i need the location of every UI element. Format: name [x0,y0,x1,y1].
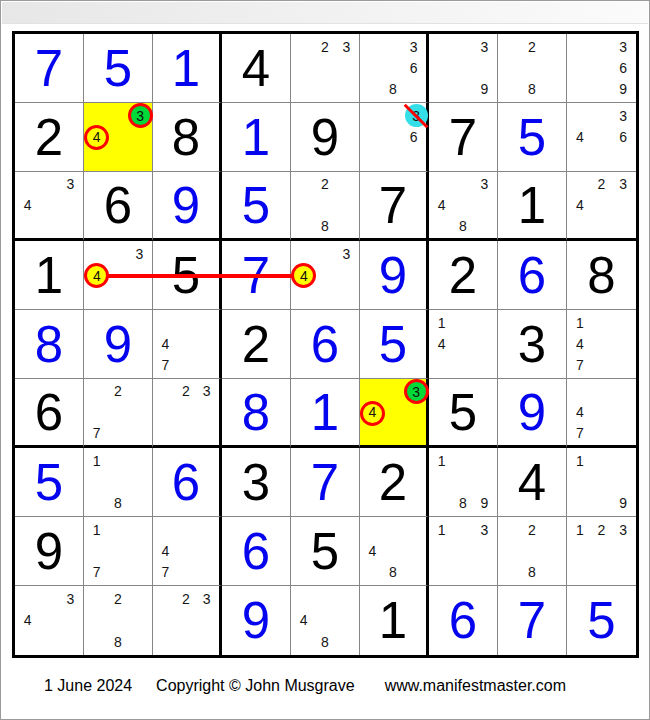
cell-r2c3[interactable]: 8 [153,103,222,172]
candidate-3: 3 [474,174,495,195]
cell-r8c5[interactable]: 5 [291,517,360,586]
cell-r6c8[interactable]: 9 [498,379,567,448]
cell-r4c6[interactable]: 9 [360,241,429,310]
candidate-6: 6 [612,126,634,147]
candidates: 123 [569,519,634,583]
cell-r5c8[interactable]: 3 [498,310,567,379]
solved-digit: 8 [35,319,63,370]
candidate-8: 8 [107,631,128,653]
candidates: 36 [362,105,424,169]
cell-r4c9[interactable]: 8 [567,241,636,310]
solved-digit: 9 [518,387,546,438]
cell-r7c1[interactable]: 5 [15,448,84,517]
candidate-1: 1 [86,519,107,540]
cell-r7c5[interactable]: 7 [291,448,360,517]
cell-r6c4[interactable]: 8 [222,379,291,448]
candidate-3: 3 [60,174,81,195]
candidate-8: 8 [521,562,542,583]
candidate-7: 7 [86,562,107,583]
solved-digit: 9 [242,595,270,646]
candidate-1: 1 [86,450,107,471]
candidates: 34 [17,174,81,236]
candidates: 48 [362,519,424,583]
cell-r7c4[interactable]: 3 [222,448,291,517]
candidate-2: 2 [591,174,613,195]
candidate-8: 8 [452,215,473,236]
footer-website: www.manifestmaster.com [385,677,566,694]
cell-r7c8[interactable]: 4 [498,448,567,517]
candidate-3: 3 [474,519,495,540]
candidates: 48 [293,588,357,653]
cell-r9c3[interactable]: 23 [153,586,222,655]
cell-r4c5[interactable]: 34 [291,241,360,310]
candidate-4: 4 [362,540,383,561]
cell-r3c1[interactable]: 34 [15,172,84,241]
candidates: 346 [569,105,634,169]
candidate-4: 4 [569,402,591,423]
candidate-3: 3 [60,588,81,610]
candidate-7: 7 [569,422,591,443]
given-digit: 9 [35,526,63,577]
candidates: 14 [431,312,495,376]
cell-r5c2[interactable]: 9 [84,310,153,379]
candidates: 47 [569,381,634,443]
given-digit: 2 [379,457,407,508]
candidate-4: 4 [293,610,314,632]
given-digit: 1 [379,595,407,646]
candidates: 18 [86,450,150,514]
cell-r3c9[interactable]: 234 [567,172,636,241]
candidate-4: 4 [155,540,176,561]
candidate-8: 8 [107,493,128,514]
cell-r8c4[interactable]: 6 [222,517,291,586]
given-digit: 3 [518,319,546,370]
candidate-3: 3 [129,105,150,126]
solved-digit: 6 [518,250,546,301]
candidate-3: 3 [474,36,495,57]
cell-r8c2[interactable]: 17 [84,517,153,586]
cell-r2c8[interactable]: 5 [498,103,567,172]
solved-digit: 8 [242,387,270,438]
candidates: 23 [155,588,217,653]
solved-digit: 6 [449,595,477,646]
given-digit: 2 [449,250,477,301]
cell-r7c6[interactable]: 2 [360,448,429,517]
candidate-2: 2 [314,174,335,195]
cell-r2c7[interactable]: 7 [429,103,498,172]
candidate-3: 3 [612,174,634,195]
cell-r3c3[interactable]: 9 [153,172,222,241]
candidate-2: 2 [107,588,128,610]
sudoku-board: 7514233683928369234819367534634695287348… [12,31,639,658]
candidate-7: 7 [86,422,107,443]
candidates: 189 [431,450,495,514]
solved-digit: 7 [242,250,270,301]
candidates: 234 [569,174,634,236]
solved-digit: 5 [35,457,63,508]
cell-r4c1[interactable]: 1 [15,241,84,310]
candidates: 19 [569,450,634,514]
candidates: 34 [293,243,357,307]
cell-r5c6[interactable]: 5 [360,310,429,379]
candidate-4: 4 [86,264,107,285]
cell-r1c3[interactable]: 1 [153,34,222,103]
given-digit: 3 [242,457,270,508]
solved-digit: 1 [311,387,339,438]
candidates: 17 [86,519,150,583]
solved-digit: 7 [35,43,63,94]
cell-r3c2[interactable]: 6 [84,172,153,241]
candidate-4: 4 [362,402,383,423]
candidate-3: 3 [129,243,150,264]
cell-r1c7[interactable]: 39 [429,34,498,103]
cell-r1c1[interactable]: 7 [15,34,84,103]
given-digit: 2 [35,112,63,163]
candidates: 34 [86,105,150,169]
cell-r3c7[interactable]: 348 [429,172,498,241]
given-digit: 7 [379,180,407,231]
candidate-3: 3 [612,105,634,126]
cell-r3c8[interactable]: 1 [498,172,567,241]
candidate-7: 7 [155,355,176,376]
cell-r6c6[interactable]: 34 [360,379,429,448]
candidates: 368 [362,36,424,100]
cell-r1c5[interactable]: 23 [291,34,360,103]
candidates: 28 [500,519,564,583]
cell-r5c9[interactable]: 147 [567,310,636,379]
cell-r5c3[interactable]: 47 [153,310,222,379]
given-digit: 5 [311,526,339,577]
candidate-2: 2 [314,36,335,57]
given-digit: 1 [35,250,63,301]
candidates: 47 [155,519,217,583]
cell-r6c1[interactable]: 6 [15,379,84,448]
cell-r8c8[interactable]: 28 [498,517,567,586]
cell-r6c5[interactable]: 1 [291,379,360,448]
cell-r2c5[interactable]: 9 [291,103,360,172]
candidate-4: 4 [86,126,107,147]
candidate-3: 3 [612,36,634,57]
candidate-8: 8 [383,79,404,100]
candidate-3: 3 [403,381,424,402]
candidate-4: 4 [431,333,452,354]
candidate-3: 3 [196,588,217,610]
candidate-1: 1 [569,450,591,471]
solved-digit: 1 [242,112,270,163]
solved-digit: 9 [104,319,132,370]
cell-r8c1[interactable]: 9 [15,517,84,586]
candidates: 23 [155,381,217,443]
cell-r2c2[interactable]: 34 [84,103,153,172]
solved-digit: 7 [518,595,546,646]
cell-r9c9[interactable]: 5 [567,586,636,655]
candidate-4: 4 [569,195,591,216]
cell-r2c4[interactable]: 1 [222,103,291,172]
solved-digit: 6 [311,319,339,370]
cell-r1c8[interactable]: 28 [498,34,567,103]
solved-digit: 7 [311,457,339,508]
cell-r2c1[interactable]: 2 [15,103,84,172]
cell-r3c4[interactable]: 5 [222,172,291,241]
given-digit: 9 [311,112,339,163]
given-digit: 2 [242,319,270,370]
candidate-6: 6 [403,57,424,78]
candidate-2: 2 [107,381,128,402]
candidate-8: 8 [314,215,335,236]
cell-r4c4[interactable]: 7 [222,241,291,310]
candidates: 28 [500,36,564,100]
candidate-9: 9 [474,79,495,100]
candidates: 34 [362,381,424,443]
candidate-6: 6 [612,57,634,78]
candidate-3: 3 [403,105,424,126]
candidate-7: 7 [569,355,591,376]
solved-digit: 5 [104,43,132,94]
candidate-1: 1 [569,312,591,333]
cell-r5c5[interactable]: 6 [291,310,360,379]
given-digit: 6 [35,387,63,438]
given-digit: 6 [104,180,132,231]
candidate-4: 4 [431,195,452,216]
candidate-4: 4 [569,333,591,354]
candidate-4: 4 [17,195,38,216]
given-digit: 4 [242,43,270,94]
footer: 1 June 2024Copyright © John Musgravewww.… [44,677,566,695]
cell-r8c7[interactable]: 13 [429,517,498,586]
cell-r5c4[interactable]: 2 [222,310,291,379]
cell-r1c9[interactable]: 369 [567,34,636,103]
candidate-4: 4 [569,126,591,147]
solved-digit: 5 [379,319,407,370]
footer-copyright: Copyright © John Musgrave [156,677,355,694]
candidates: 369 [569,36,634,100]
candidates: 28 [293,174,357,236]
cell-r1c2[interactable]: 5 [84,34,153,103]
candidate-8: 8 [452,493,473,514]
candidate-4: 4 [293,264,314,285]
cell-r4c2[interactable]: 34 [84,241,153,310]
cell-r5c7[interactable]: 14 [429,310,498,379]
cell-r9c4[interactable]: 9 [222,586,291,655]
candidate-2: 2 [591,519,613,540]
candidate-3: 3 [336,243,357,264]
solved-digit: 1 [172,43,200,94]
page: 7514233683928369234819367534634695287348… [0,0,650,720]
given-digit: 7 [449,112,477,163]
candidate-4: 4 [155,333,176,354]
candidate-9: 9 [474,493,495,514]
cell-r7c7[interactable]: 189 [429,448,498,517]
solved-digit: 6 [172,457,200,508]
candidate-3: 3 [336,36,357,57]
cell-r9c8[interactable]: 7 [498,586,567,655]
solved-digit: 9 [172,180,200,231]
cell-r6c2[interactable]: 27 [84,379,153,448]
given-digit: 8 [587,250,615,301]
candidate-1: 1 [569,519,591,540]
candidate-2: 2 [176,588,197,610]
cell-r1c6[interactable]: 368 [360,34,429,103]
cell-r2c9[interactable]: 346 [567,103,636,172]
candidate-6: 6 [403,126,424,147]
cell-r7c2[interactable]: 18 [84,448,153,517]
candidates: 27 [86,381,150,443]
cell-r6c7[interactable]: 5 [429,379,498,448]
cell-r9c7[interactable]: 6 [429,586,498,655]
given-digit: 8 [172,112,200,163]
candidate-2: 2 [176,381,197,402]
solved-digit: 9 [379,250,407,301]
cell-r6c3[interactable]: 23 [153,379,222,448]
candidate-2: 2 [521,519,542,540]
cell-r8c6[interactable]: 48 [360,517,429,586]
given-digit: 1 [518,180,546,231]
cell-r9c1[interactable]: 34 [15,586,84,655]
given-digit: 5 [449,387,477,438]
candidate-3: 3 [612,519,634,540]
candidates: 147 [569,312,634,376]
candidate-8: 8 [521,79,542,100]
cell-r4c7[interactable]: 2 [429,241,498,310]
candidates: 34 [17,588,81,653]
cell-r4c3[interactable]: 5 [153,241,222,310]
candidates: 23 [293,36,357,100]
candidate-9: 9 [612,493,634,514]
candidate-1: 1 [431,450,452,471]
cell-r7c3[interactable]: 6 [153,448,222,517]
solved-digit: 6 [242,526,270,577]
cell-r7c9[interactable]: 19 [567,448,636,517]
candidate-2: 2 [521,36,542,57]
given-digit: 4 [518,457,546,508]
sudoku-grid: 7514233683928369234819367534634695287348… [15,34,636,655]
top-banner [2,2,648,24]
cell-r1c4[interactable]: 4 [222,34,291,103]
candidates: 34 [86,243,150,307]
cell-r2c6[interactable]: 36 [360,103,429,172]
cell-r4c8[interactable]: 6 [498,241,567,310]
candidate-3: 3 [403,36,424,57]
footer-date: 1 June 2024 [44,677,132,694]
cell-r6c9[interactable]: 47 [567,379,636,448]
cell-r9c5[interactable]: 48 [291,586,360,655]
cell-r3c5[interactable]: 28 [291,172,360,241]
cell-r5c1[interactable]: 8 [15,310,84,379]
candidates: 39 [431,36,495,100]
candidate-1: 1 [431,519,452,540]
candidate-8: 8 [314,631,335,653]
candidate-7: 7 [155,562,176,583]
candidates: 13 [431,519,495,583]
cell-r8c3[interactable]: 47 [153,517,222,586]
candidate-9: 9 [612,79,634,100]
cell-r8c9[interactable]: 123 [567,517,636,586]
given-digit: 5 [172,250,200,301]
cell-r9c6[interactable]: 1 [360,586,429,655]
candidate-8: 8 [383,562,404,583]
candidate-4: 4 [17,610,38,632]
candidates: 28 [86,588,150,653]
cell-r3c6[interactable]: 7 [360,172,429,241]
candidate-3: 3 [196,381,217,402]
candidate-1: 1 [431,312,452,333]
solved-digit: 5 [587,595,615,646]
candidates: 348 [431,174,495,236]
candidates: 47 [155,312,217,376]
solved-digit: 5 [242,180,270,231]
cell-r9c2[interactable]: 28 [84,586,153,655]
solved-digit: 5 [518,112,546,163]
